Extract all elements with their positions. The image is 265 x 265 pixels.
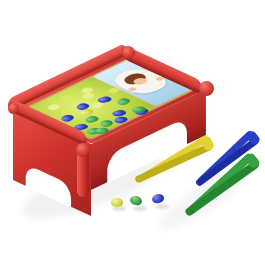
loose-bug-shadow — [155, 204, 169, 209]
loose-bug-shadow — [133, 206, 147, 211]
bed-corner-leg — [77, 150, 89, 197]
bug-green[interactable] — [98, 119, 115, 127]
blanket-bump — [46, 103, 62, 111]
bedpost-ball — [8, 103, 19, 114]
loose-bug-blue[interactable] — [151, 193, 165, 205]
bug-blue[interactable] — [112, 116, 130, 125]
loose-bug-green[interactable] — [129, 195, 143, 206]
bedpost-ball — [76, 143, 90, 157]
blanket-bump — [58, 94, 74, 102]
bedpost-ball — [199, 81, 214, 96]
bug-green[interactable] — [115, 97, 132, 105]
blanket-bump — [80, 92, 96, 100]
bug-green[interactable] — [83, 115, 101, 124]
loose-bug-yellow[interactable] — [111, 198, 123, 207]
bedpost-ball — [122, 46, 135, 59]
bed-bugs-product-photo — [0, 0, 265, 265]
